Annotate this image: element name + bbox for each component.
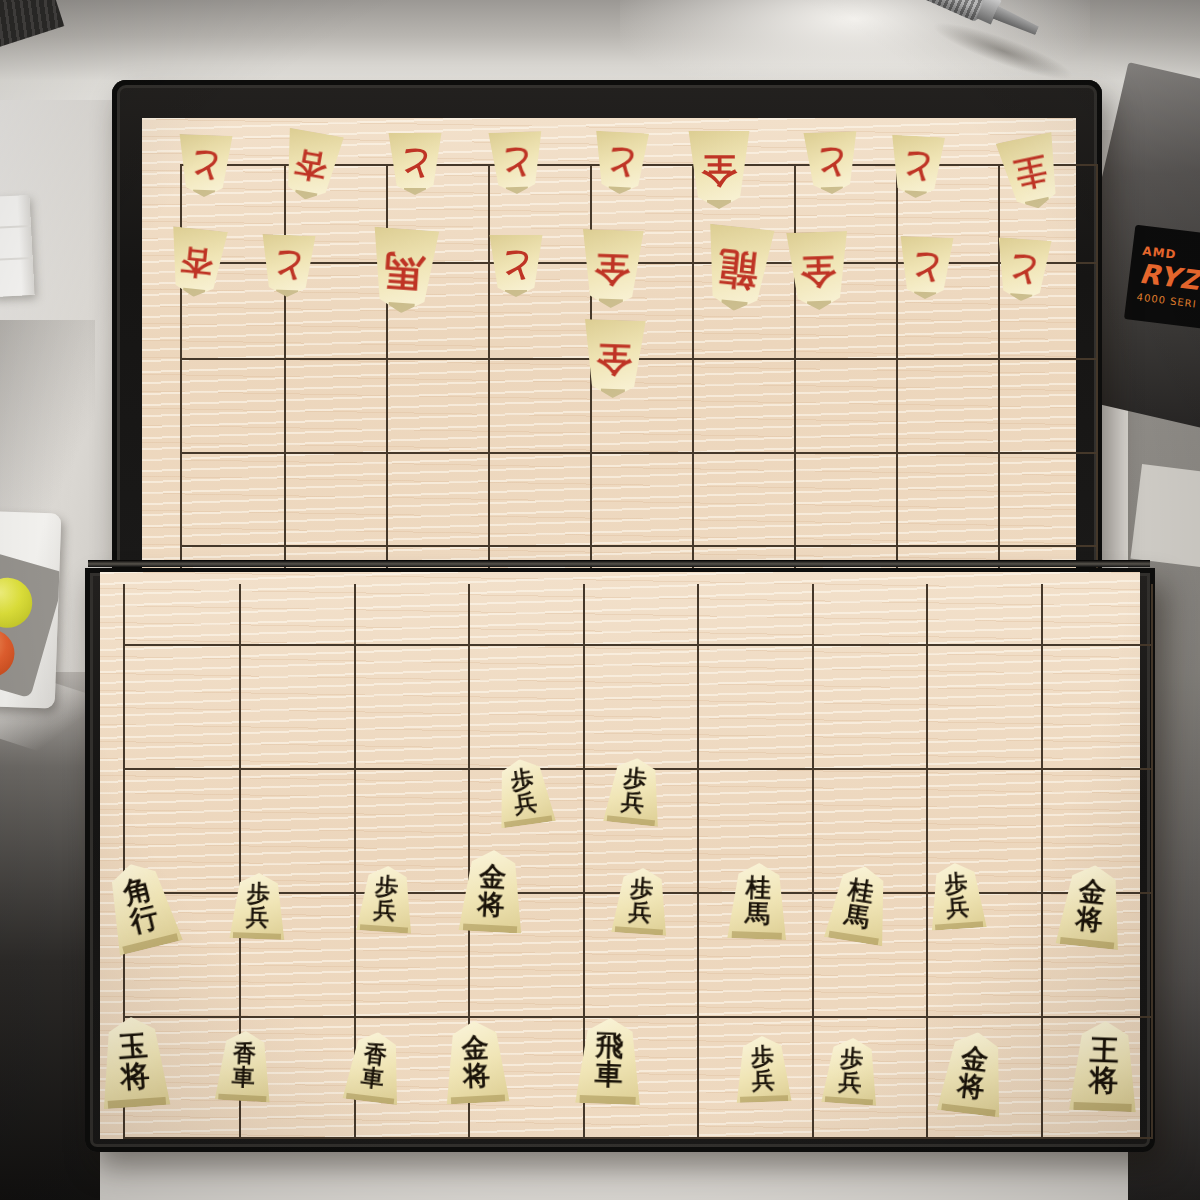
piece-4a-promoted-silver[interactable]: 全	[688, 131, 750, 209]
piece-thickness-edge	[825, 1096, 872, 1105]
photo-stage: AMD RYZEN 4000 SERI と杏ととと全とと圭杏と馬と全龍全とと全歩…	[0, 0, 1200, 1200]
piece-thickness-edge	[182, 288, 205, 298]
piece-5b-promoted-silver[interactable]: 全	[580, 229, 645, 309]
piece-thickness-edge	[935, 921, 982, 930]
piece-2i-gold[interactable]: 金将	[936, 1028, 1010, 1117]
piece-5c-promoted-silver[interactable]: 全	[582, 319, 647, 399]
piece-thickness-edge	[451, 1094, 505, 1104]
piece-thickness-edge	[720, 299, 747, 312]
piece-thickness-edge	[463, 923, 517, 933]
piece-thickness-edge	[233, 932, 280, 940]
piece-glyph: 角行	[120, 875, 161, 938]
piece-thickness-edge	[941, 1103, 995, 1117]
piece-7i-lance[interactable]: 香車	[342, 1029, 406, 1105]
piece-7b-horse[interactable]: 馬	[368, 227, 440, 315]
piece-glyph: 歩兵	[944, 872, 970, 921]
piece-thickness-edge	[219, 1093, 266, 1102]
piece-glyph: 全	[799, 252, 836, 290]
piece-9a-tokin[interactable]: と	[177, 134, 233, 198]
piece-5h-pawn[interactable]: 歩兵	[611, 866, 671, 936]
piece-glyph: 香車	[231, 1042, 256, 1091]
piece-9h-bishop[interactable]: 角行	[99, 856, 184, 955]
piece-thickness-edge	[108, 1097, 166, 1109]
piece-2h-pawn[interactable]: 歩兵	[927, 861, 987, 931]
piece-7h-pawn[interactable]: 歩兵	[356, 864, 416, 934]
piece-thickness-edge	[740, 1095, 787, 1103]
piece-5i-rook[interactable]: 飛車	[575, 1017, 644, 1105]
piece-glyph: 桂馬	[745, 875, 772, 927]
piece-4h-knight[interactable]: 桂馬	[727, 862, 790, 940]
piece-8h-pawn[interactable]: 歩兵	[229, 872, 287, 940]
piece-glyph: 金将	[461, 1034, 491, 1091]
piece-4i-pawn[interactable]: 歩兵	[734, 1035, 792, 1103]
piece-glyph: 歩兵	[751, 1045, 776, 1093]
piece-6g-pawn[interactable]: 歩兵	[492, 755, 557, 828]
piece-thickness-edge	[905, 190, 927, 199]
piece-glyph: と	[187, 148, 223, 184]
piece-thickness-edge	[828, 931, 879, 946]
piece-glyph: 桂馬	[843, 877, 876, 932]
piece-thickness-edge	[615, 926, 662, 935]
piece-thickness-edge	[123, 934, 179, 955]
piece-thickness-edge	[506, 186, 528, 194]
piece-thickness-edge	[598, 298, 623, 308]
piece-thickness-edge	[505, 290, 527, 297]
piece-8i-lance[interactable]: 香車	[214, 1030, 274, 1103]
piece-8b-tokin[interactable]: と	[260, 234, 316, 298]
piece-6i-gold[interactable]: 金将	[442, 1019, 510, 1104]
piece-glyph: と	[398, 147, 433, 182]
piece-thickness-edge	[821, 186, 843, 194]
piece-glyph: 歩兵	[373, 875, 399, 924]
piece-thickness-edge	[609, 186, 631, 195]
piece-2a-tokin[interactable]: と	[888, 135, 945, 200]
piece-5a-tokin[interactable]: と	[592, 131, 649, 196]
piece-thickness-edge	[346, 1093, 393, 1105]
piece-thickness-edge	[1060, 937, 1114, 950]
piece-glyph: 歩兵	[246, 882, 271, 930]
piece-9b-promoted-lance[interactable]: 杏	[166, 226, 229, 299]
piece-thickness-edge	[404, 188, 426, 195]
piece-glyph: 金将	[1075, 877, 1108, 935]
piece-6b-tokin[interactable]: と	[489, 235, 543, 297]
piece-glyph: と	[813, 145, 849, 181]
piece-glyph: 圭	[1012, 154, 1050, 193]
piece-glyph: 歩兵	[628, 877, 654, 926]
piece-glyph: 歩兵	[838, 1047, 864, 1096]
piece-glyph: と	[908, 250, 944, 286]
piece-glyph: 歩兵	[620, 766, 648, 816]
piece-glyph: 金将	[477, 863, 507, 920]
piece-glyph: と	[270, 248, 306, 284]
piece-thickness-edge	[360, 924, 407, 933]
piece-glyph: 全	[593, 250, 630, 288]
piece-thickness-edge	[600, 388, 625, 398]
piece-1a-promoted-knight[interactable]: 圭	[995, 132, 1067, 214]
piece-glyph: 金将	[956, 1044, 990, 1102]
piece-5g-pawn[interactable]: 歩兵	[603, 755, 666, 826]
piece-glyph: と	[1004, 251, 1041, 288]
piece-1b-tokin[interactable]: と	[994, 237, 1052, 303]
piece-thickness-edge	[1025, 197, 1050, 210]
piece-thickness-edge	[580, 1095, 636, 1105]
piece-4b-dragon[interactable]: 龍	[701, 224, 775, 314]
piece-1i-king[interactable]: 王将	[1068, 1020, 1139, 1112]
piece-9i-king[interactable]: 玉将	[97, 1015, 171, 1110]
piece-thickness-edge	[607, 815, 654, 826]
piece-6h-gold[interactable]: 金将	[458, 848, 526, 933]
piece-thickness-edge	[914, 291, 936, 299]
piece-glyph: 龍	[716, 246, 760, 291]
piece-glyph: 玉将	[117, 1031, 150, 1093]
piece-thickness-edge	[1010, 293, 1032, 302]
piece-thickness-edge	[1074, 1102, 1131, 1112]
piece-glyph: 香車	[360, 1042, 389, 1092]
piece-thickness-edge	[193, 189, 215, 197]
piece-glyph: 杏	[179, 245, 214, 281]
piece-glyph: 全	[595, 340, 632, 378]
piece-thickness-edge	[707, 200, 732, 209]
piece-thickness-edge	[294, 190, 317, 202]
piece-glyph: と	[499, 249, 534, 284]
piece-layer: と杏ととと全とと圭杏と馬と全龍全とと全歩兵歩兵角行歩兵歩兵金将歩兵桂馬桂馬歩兵金…	[0, 0, 1200, 1200]
piece-glyph: 王将	[1088, 1036, 1119, 1097]
piece-thickness-edge	[388, 302, 415, 314]
piece-thickness-edge	[731, 931, 782, 940]
piece-thickness-edge	[807, 300, 832, 310]
piece-3i-pawn[interactable]: 歩兵	[821, 1036, 881, 1106]
piece-glyph: と	[498, 145, 534, 181]
piece-3a-tokin[interactable]: と	[803, 131, 859, 195]
piece-7a-tokin[interactable]: と	[388, 133, 442, 195]
piece-1h-gold[interactable]: 金将	[1055, 862, 1127, 950]
piece-glyph: 歩兵	[509, 767, 538, 817]
piece-glyph: 飛車	[594, 1032, 624, 1091]
piece-6a-tokin[interactable]: と	[488, 131, 544, 195]
piece-glyph: と	[603, 145, 640, 182]
piece-glyph: 全	[701, 151, 737, 188]
piece-thickness-edge	[504, 816, 551, 828]
piece-3b-promoted-silver[interactable]: 全	[786, 231, 851, 311]
piece-glyph: と	[899, 149, 936, 186]
piece-glyph: 馬	[383, 249, 426, 293]
piece-8a-promoted-lance[interactable]: 杏	[278, 128, 345, 205]
piece-thickness-edge	[276, 289, 298, 297]
piece-3h-knight[interactable]: 桂馬	[823, 862, 894, 946]
piece-glyph: 杏	[292, 147, 329, 185]
piece-2b-tokin[interactable]: と	[898, 236, 954, 300]
